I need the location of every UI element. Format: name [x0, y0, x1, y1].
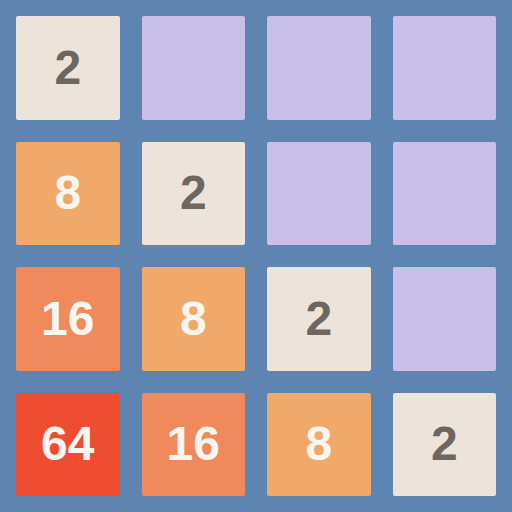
empty-cell-r1c3 — [393, 142, 497, 246]
tile-2-r2c2: 2 — [267, 267, 371, 371]
empty-cell-r1c2 — [267, 142, 371, 246]
tile-2-r3c3: 2 — [393, 393, 497, 497]
tile-2-r0c0: 2 — [16, 16, 120, 120]
tile-8-r2c1: 8 — [142, 267, 246, 371]
2048-board[interactable]: 2821682641682 — [0, 0, 512, 512]
tile-16-r3c1: 16 — [142, 393, 246, 497]
tile-16-r2c0: 16 — [16, 267, 120, 371]
empty-cell-r0c3 — [393, 16, 497, 120]
empty-cell-r0c2 — [267, 16, 371, 120]
tile-8-r3c2: 8 — [267, 393, 371, 497]
tile-8-r1c0: 8 — [16, 142, 120, 246]
tile-64-r3c0: 64 — [16, 393, 120, 497]
tile-2-r1c1: 2 — [142, 142, 246, 246]
empty-cell-r2c3 — [393, 267, 497, 371]
empty-cell-r0c1 — [142, 16, 246, 120]
